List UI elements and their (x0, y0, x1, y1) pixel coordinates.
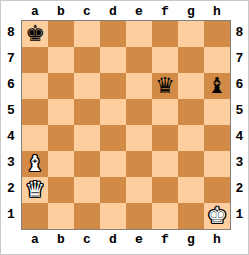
square-e7[interactable] (126, 47, 152, 73)
square-e8[interactable] (126, 21, 152, 47)
square-a1[interactable] (22, 203, 48, 229)
piece-white-bishop[interactable]: ♝ (22, 151, 48, 177)
square-a6[interactable] (22, 73, 48, 99)
square-g5[interactable] (178, 99, 204, 125)
rank-label-right-4: 4 (231, 124, 248, 150)
square-c6[interactable] (74, 73, 100, 99)
square-b8[interactable] (48, 21, 74, 47)
square-d4[interactable] (100, 125, 126, 151)
file-labels-bottom: abcdefgh (22, 230, 248, 253)
piece-white-queen[interactable]: ♛ (22, 177, 48, 203)
square-h3[interactable] (204, 151, 230, 177)
file-label-top-c: c (74, 3, 100, 20)
square-d5[interactable] (100, 99, 126, 125)
square-b4[interactable] (48, 125, 74, 151)
chess-diagram: abcdefgh 87654321 ♚♛♝♝♛♚ 87654321 abcdef… (0, 0, 249, 255)
chess-board: ♚♛♝♝♛♚ (21, 20, 231, 230)
piece-black-queen[interactable]: ♛ (152, 73, 178, 99)
file-label-bottom-e: e (126, 230, 152, 249)
square-c8[interactable] (74, 21, 100, 47)
square-f4[interactable] (152, 125, 178, 151)
file-label-bottom-b: b (48, 230, 74, 249)
rank-label-left-1: 1 (1, 202, 21, 228)
square-c4[interactable] (74, 125, 100, 151)
square-f8[interactable] (152, 21, 178, 47)
piece-black-king[interactable]: ♚ (22, 21, 48, 47)
file-label-top-a: a (22, 3, 48, 20)
square-b6[interactable] (48, 73, 74, 99)
square-a2[interactable]: ♛ (22, 177, 48, 203)
square-g2[interactable] (178, 177, 204, 203)
square-c1[interactable] (74, 203, 100, 229)
square-e5[interactable] (126, 99, 152, 125)
square-h6[interactable]: ♝ (204, 73, 230, 99)
square-f3[interactable] (152, 151, 178, 177)
file-label-bottom-h: h (204, 230, 230, 249)
square-g7[interactable] (178, 47, 204, 73)
square-h5[interactable] (204, 99, 230, 125)
square-c2[interactable] (74, 177, 100, 203)
file-label-bottom-c: c (74, 230, 100, 249)
square-h2[interactable] (204, 177, 230, 203)
rank-label-left-7: 7 (1, 46, 21, 72)
rank-labels-right: 87654321 (231, 20, 248, 230)
square-e2[interactable] (126, 177, 152, 203)
square-c7[interactable] (74, 47, 100, 73)
square-b3[interactable] (48, 151, 74, 177)
file-label-top-e: e (126, 3, 152, 20)
square-d2[interactable] (100, 177, 126, 203)
square-d6[interactable] (100, 73, 126, 99)
rank-label-right-2: 2 (231, 176, 248, 202)
square-d8[interactable] (100, 21, 126, 47)
square-b5[interactable] (48, 99, 74, 125)
rank-label-left-3: 3 (1, 150, 21, 176)
square-d1[interactable] (100, 203, 126, 229)
rank-label-left-4: 4 (1, 124, 21, 150)
square-b1[interactable] (48, 203, 74, 229)
file-label-bottom-g: g (178, 230, 204, 249)
square-d3[interactable] (100, 151, 126, 177)
square-h4[interactable] (204, 125, 230, 151)
file-label-bottom-d: d (100, 230, 126, 249)
square-a7[interactable] (22, 47, 48, 73)
file-label-bottom-f: f (152, 230, 178, 249)
file-label-bottom-a: a (22, 230, 48, 249)
square-g6[interactable] (178, 73, 204, 99)
rank-label-right-1: 1 (231, 202, 248, 228)
square-e3[interactable] (126, 151, 152, 177)
rank-label-right-3: 3 (231, 150, 248, 176)
square-g4[interactable] (178, 125, 204, 151)
square-e1[interactable] (126, 203, 152, 229)
rank-label-right-7: 7 (231, 46, 248, 72)
square-a3[interactable]: ♝ (22, 151, 48, 177)
square-f2[interactable] (152, 177, 178, 203)
rank-label-right-8: 8 (231, 20, 248, 46)
square-h1[interactable]: ♚ (204, 203, 230, 229)
square-c5[interactable] (74, 99, 100, 125)
file-label-top-f: f (152, 3, 178, 20)
square-g3[interactable] (178, 151, 204, 177)
file-labels-top: abcdefgh (22, 1, 248, 20)
square-f1[interactable] (152, 203, 178, 229)
square-h8[interactable] (204, 21, 230, 47)
square-a8[interactable]: ♚ (22, 21, 48, 47)
file-label-top-g: g (178, 3, 204, 20)
square-a4[interactable] (22, 125, 48, 151)
piece-black-bishop[interactable]: ♝ (204, 73, 230, 99)
square-e6[interactable] (126, 73, 152, 99)
board-middle-row: 87654321 ♚♛♝♝♛♚ 87654321 (1, 20, 248, 230)
square-b7[interactable] (48, 47, 74, 73)
square-h7[interactable] (204, 47, 230, 73)
square-f7[interactable] (152, 47, 178, 73)
file-label-top-d: d (100, 3, 126, 20)
file-label-top-h: h (204, 3, 230, 20)
rank-label-left-2: 2 (1, 176, 21, 202)
rank-label-left-6: 6 (1, 72, 21, 98)
square-g1[interactable] (178, 203, 204, 229)
piece-white-king[interactable]: ♚ (204, 203, 230, 229)
rank-labels-left: 87654321 (1, 20, 21, 230)
file-label-top-b: b (48, 3, 74, 20)
square-f5[interactable] (152, 99, 178, 125)
rank-label-right-5: 5 (231, 98, 248, 124)
square-e4[interactable] (126, 125, 152, 151)
square-c3[interactable] (74, 151, 100, 177)
square-d7[interactable] (100, 47, 126, 73)
square-b2[interactable] (48, 177, 74, 203)
rank-label-right-6: 6 (231, 72, 248, 98)
square-a5[interactable] (22, 99, 48, 125)
square-f6[interactable]: ♛ (152, 73, 178, 99)
square-g8[interactable] (178, 21, 204, 47)
rank-label-left-5: 5 (1, 98, 21, 124)
rank-label-left-8: 8 (1, 20, 21, 46)
